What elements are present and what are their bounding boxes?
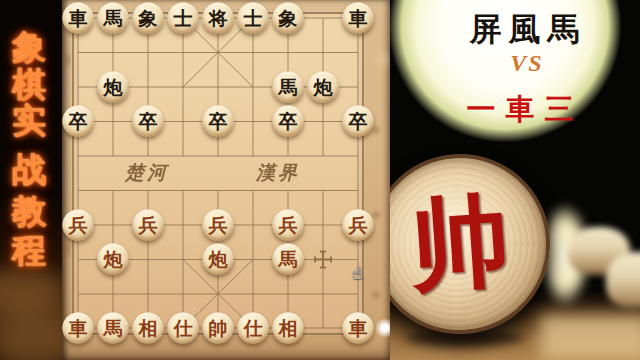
piece-red-兵[interactable]: 兵 [133, 209, 164, 240]
piece-black-卒[interactable]: 卒 [63, 106, 94, 137]
piece-red-相[interactable]: 相 [133, 312, 164, 343]
piece-black-車[interactable]: 車 [63, 3, 94, 34]
piece-red-相[interactable]: 相 [273, 312, 304, 343]
piece-black-炮[interactable]: 炮 [308, 71, 339, 102]
title-line2: 一車三 [467, 90, 584, 130]
xiangqi-board[interactable]: 楚河 漢界 車馬象士将士象車炮馬炮卒卒卒卒卒兵兵兵兵兵炮炮馬車馬相仕帥仕相車 ☝ [62, 0, 390, 360]
big-general-character: 帅 [407, 191, 514, 298]
piece-red-馬[interactable]: 馬 [273, 244, 304, 275]
piece-black-卒[interactable]: 卒 [133, 106, 164, 137]
piece-red-仕[interactable]: 仕 [168, 312, 199, 343]
wood-table-highlight [540, 315, 640, 360]
piece-red-帥[interactable]: 帥 [203, 312, 234, 343]
board-grid-lines [62, 0, 390, 360]
vs-label: VS [510, 50, 543, 77]
piece-black-卒[interactable]: 卒 [273, 106, 304, 137]
piece-red-馬[interactable]: 馬 [98, 312, 129, 343]
blurred-background-shape [0, 310, 62, 360]
piece-black-士[interactable]: 士 [238, 3, 269, 34]
banner-char: 实 [8, 98, 50, 144]
banner-char: 程 [8, 228, 50, 274]
banner-char: 战 [8, 147, 50, 193]
screenshot-stage: 象 棋 实 战 教 程 楚河 漢界 車馬象士将士象車炮馬炮卒卒卒卒卒兵兵兵兵兵炮… [0, 0, 640, 360]
piece-red-兵[interactable]: 兵 [343, 209, 374, 240]
piece-red-炮[interactable]: 炮 [98, 244, 129, 275]
piece-black-炮[interactable]: 炮 [98, 71, 129, 102]
piece-black-卒[interactable]: 卒 [343, 106, 374, 137]
piece-red-兵[interactable]: 兵 [203, 209, 234, 240]
piece-red-仕[interactable]: 仕 [238, 312, 269, 343]
piece-red-炮[interactable]: 炮 [203, 244, 234, 275]
piece-red-兵[interactable]: 兵 [63, 209, 94, 240]
piece-black-士[interactable]: 士 [168, 3, 199, 34]
piece-red-兵[interactable]: 兵 [273, 209, 304, 240]
piece-black-車[interactable]: 車 [343, 3, 374, 34]
title-line1: 屏風馬 [470, 8, 587, 52]
piece-red-車[interactable]: 車 [63, 312, 94, 343]
left-banner-panel: 象 棋 实 战 教 程 [0, 0, 62, 360]
piece-black-馬[interactable]: 馬 [98, 3, 129, 34]
piece-black-象[interactable]: 象 [273, 3, 304, 34]
point-marker [315, 252, 331, 268]
blurred-background-shape [0, 268, 62, 314]
river-label-left: 楚河 [125, 160, 169, 186]
river-label-right: 漢界 [256, 160, 300, 186]
piece-black-卒[interactable]: 卒 [203, 106, 234, 137]
right-title-panel: 帅 屏風馬 VS 一車三 [390, 0, 640, 360]
piece-red-車[interactable]: 車 [343, 312, 374, 343]
piece-black-将[interactable]: 将 [203, 3, 234, 34]
piece-black-馬[interactable]: 馬 [273, 71, 304, 102]
piece-black-象[interactable]: 象 [133, 3, 164, 34]
